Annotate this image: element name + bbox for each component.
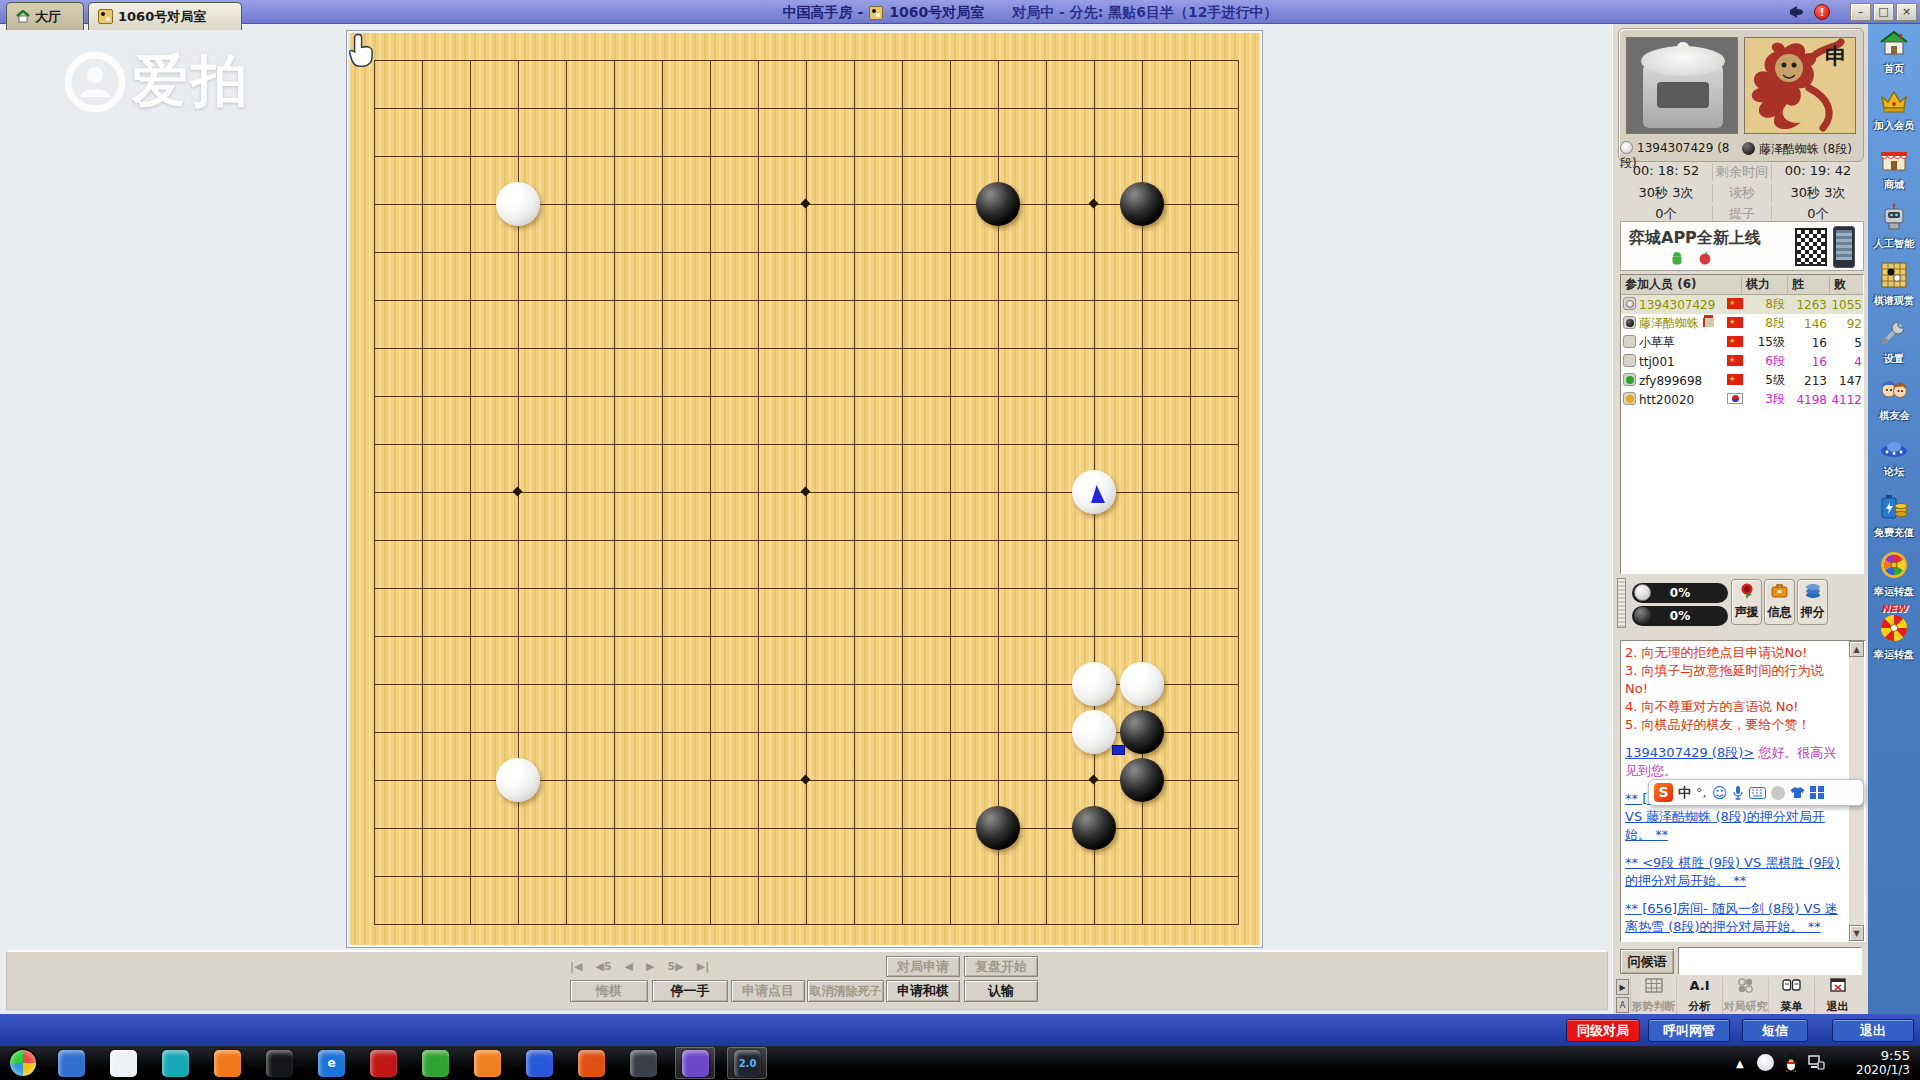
participant-rank: 5级	[1747, 372, 1785, 389]
black-stone-icon	[1634, 607, 1651, 624]
wheel-icon	[1880, 551, 1908, 583]
bottom-button-呼叫网管[interactable]: 呼叫网管	[1648, 1019, 1730, 1042]
white-support-bar: 0%	[1632, 583, 1728, 603]
skin-shirt-icon[interactable]	[1790, 786, 1805, 799]
taskbar-app-1[interactable]	[58, 1050, 85, 1077]
app-banner[interactable]: 弈城APP全新上线	[1620, 221, 1864, 271]
button-悔棋[interactable]: 悔棋	[570, 980, 648, 1002]
participant-losses: 1055	[1827, 298, 1865, 312]
board-icon	[98, 9, 113, 24]
rank-badge-icon	[1621, 335, 1639, 351]
sidebar-item-label: 人工智能	[1874, 237, 1914, 251]
watermark: 爱拍	[64, 44, 250, 120]
participant-rank: 6段	[1747, 353, 1785, 370]
wheel2-icon	[1880, 614, 1908, 646]
participant-losses: 92	[1827, 317, 1865, 331]
sidebar-strip: 首页加入会员商城人工智能棋谱观赏设置棋友会论坛免费充值幸运转盘NEW幸运转盘	[1868, 24, 1920, 1014]
tool-stones-button[interactable]: 对局研究	[1722, 977, 1768, 1015]
bottom-button-退出[interactable]: 退出	[1832, 1019, 1914, 1042]
case-icon	[1771, 583, 1788, 601]
sidebar-item-label: 幸运转盘	[1874, 647, 1914, 661]
taskbar-app-4[interactable]	[214, 1050, 241, 1077]
go-board[interactable]	[347, 31, 1262, 947]
home-icon	[1879, 30, 1909, 60]
last-move-marker	[1091, 485, 1105, 503]
support-button-rose[interactable]: 声援	[1731, 579, 1762, 625]
panel-collapse-icon[interactable]: ▶	[1616, 979, 1629, 995]
cursor-hand-icon	[349, 33, 375, 67]
stone-black-R4	[1120, 758, 1164, 802]
support-button-case[interactable]: 信息	[1764, 579, 1795, 625]
participant-list: 参加人员 (6) 棋力 胜 败 1394307429★8段12631055藤泽酷…	[1620, 274, 1864, 574]
stone-black-O3	[976, 806, 1020, 850]
robot-icon	[1881, 203, 1907, 235]
chat-text: 3. 向填子与故意拖延时间的行为说 No!	[1625, 663, 1824, 696]
clock-date: 2020/1/3	[1838, 1063, 1910, 1078]
sidebar-item-label: 免费充值	[1874, 526, 1914, 540]
sidebar-item-2[interactable]: 加入会员	[1868, 82, 1920, 140]
participants-title: 参加人员 (6)	[1621, 276, 1741, 293]
white-byoyomi: 30秒 3次	[1620, 184, 1712, 202]
sogou-logo-icon[interactable]: S	[1654, 783, 1673, 802]
sidebar-item-9[interactable]: 免费充值	[1868, 488, 1920, 546]
scroll-down-icon[interactable]: ▼	[1849, 925, 1864, 941]
button-复盘开始[interactable]: 复盘开始	[964, 956, 1038, 977]
panel-a-icon[interactable]: A	[1616, 997, 1629, 1013]
stone-white-Q10	[1072, 470, 1116, 514]
participant-rank: 15级	[1747, 334, 1785, 351]
white-player-avatar	[1626, 37, 1738, 134]
participant-row[interactable]: 藤泽酷蜘蛛 ★8段14692	[1621, 314, 1863, 333]
participant-wins: 213	[1785, 374, 1827, 388]
participant-rank: 3段	[1747, 391, 1785, 408]
coins-icon	[1805, 583, 1821, 602]
participant-row[interactable]: 1394307429★8段12631055	[1621, 295, 1863, 314]
sidebar-item-label: 设置	[1884, 352, 1904, 366]
qr-code	[1795, 228, 1827, 266]
alert-icon[interactable]: !	[1814, 4, 1830, 20]
banner-text: 弈城APP全新上线	[1629, 228, 1761, 249]
apple-icon	[1698, 251, 1712, 265]
white-stone-icon	[1634, 584, 1651, 601]
participant-wins: 1263	[1785, 298, 1827, 312]
nav-5-button[interactable]: 5▶	[668, 960, 684, 973]
chat-line: 4. 向不尊重对方的言语说 No!	[1625, 698, 1847, 716]
game-status: 对局中 - 分先: 黑贴6目半（12手进行中）	[1012, 4, 1277, 22]
ime-tool-icon[interactable]	[1771, 786, 1785, 800]
sidebar-item-label: 加入会员	[1874, 119, 1914, 133]
support-button-coins[interactable]: 押分	[1797, 579, 1828, 625]
microphone-icon[interactable]	[1732, 785, 1744, 800]
participant-wins: 146	[1785, 317, 1827, 331]
shop-icon	[1879, 146, 1909, 176]
chat-line: 2. 向无理的拒绝点目申请说No!	[1625, 644, 1847, 662]
nav--button[interactable]: ◀	[625, 960, 633, 973]
ime-menu-grid-icon[interactable]	[1810, 786, 1824, 800]
watermark-text: 爱拍	[132, 44, 250, 120]
taskbar-app-5[interactable]	[266, 1050, 293, 1077]
chat-text: 2. 向无理的拒绝点目申请说No!	[1625, 645, 1807, 660]
stone-black-R16	[1120, 182, 1164, 226]
bottom-button-同级对局[interactable]: 同级对局	[1566, 1019, 1640, 1042]
chat-line: 5. 向棋品好的棋友，要给个赞！	[1625, 716, 1847, 734]
participant-row[interactable]: htt200203段41984112	[1621, 390, 1863, 409]
recharge-icon	[1880, 494, 1908, 524]
taskbar-clock[interactable]: 9:55 2020/1/3	[1838, 1048, 1910, 1078]
rank-badge-icon	[1621, 297, 1639, 313]
clock-panel: 00: 18: 52 剩余时间 00: 19: 42 30秒 3次 读秒 30秒…	[1620, 163, 1864, 223]
black-time: 00: 19: 42	[1772, 163, 1864, 181]
wrench-icon	[1880, 320, 1908, 350]
sidebar-item-7[interactable]: 棋友会	[1868, 372, 1920, 430]
taskbar-app-13[interactable]	[682, 1050, 709, 1077]
participant-wins: 16	[1785, 336, 1827, 350]
chat-line: 1394307429 (8段)> 您好。很高兴见到您。	[1625, 744, 1847, 780]
sidebar-item-8[interactable]: 论坛	[1868, 430, 1920, 488]
button-停一手[interactable]: 停一手	[652, 980, 728, 1002]
white-support-pct: 0%	[1670, 586, 1690, 600]
avatar-character: 申	[1825, 42, 1847, 72]
maximize-button[interactable]: □	[1873, 3, 1894, 21]
rank-badge-icon	[1621, 392, 1639, 408]
stone-black-R5	[1120, 710, 1164, 754]
stone-white-D4	[496, 758, 540, 802]
button-取消清除死子[interactable]: 取消清除死子	[807, 980, 884, 1002]
scroll-up-icon[interactable]: ▲	[1849, 641, 1864, 657]
sidebar-item-label: 幸运转盘	[1874, 585, 1914, 599]
sidebar-item-1[interactable]: 首页	[1868, 24, 1920, 82]
participant-header: 参加人员 (6) 棋力 胜 败	[1621, 275, 1863, 295]
chat-line: 3. 向填子与故意拖延时间的行为说 No!	[1625, 662, 1847, 698]
chat-line: ** <9段 棋胜 (9段) VS 黑棋胜 (9段)的押分对局开始。 **	[1625, 854, 1847, 890]
sidebar-item-5[interactable]: 棋谱观赏	[1868, 256, 1920, 314]
black-byoyomi: 30秒 3次	[1772, 184, 1864, 202]
stone-white-D16	[496, 182, 540, 226]
participant-name: ttj001	[1639, 355, 1727, 369]
sidebar-item-label: 棋友会	[1879, 409, 1909, 423]
sidebar-item-4[interactable]: 人工智能	[1868, 198, 1920, 256]
byoyomi-label: 读秒	[1712, 184, 1772, 202]
bottom-button-短信[interactable]: 短信	[1742, 1019, 1808, 1042]
chat-line: ** [656]房间- 随风一剑 (8段) VS 迷离热雪 (8段)的押分对局开…	[1625, 900, 1847, 936]
white-time: 00: 18: 52	[1620, 163, 1712, 181]
network-icon[interactable]	[1808, 1055, 1825, 1074]
chat-input[interactable]	[1678, 947, 1862, 975]
black-support-pct: 0%	[1670, 609, 1690, 623]
chat-text: 5. 向棋品好的棋友，要给个赞！	[1625, 717, 1811, 732]
stone-black-O16	[976, 182, 1020, 226]
tool-grid-button[interactable]: 形势判断	[1630, 977, 1676, 1015]
ime-toolbar: S 中 °, ☺	[1648, 779, 1864, 806]
taskbar-app-8[interactable]	[422, 1050, 449, 1077]
participant-name: 藤泽酷蜘蛛	[1639, 315, 1727, 332]
ufo-icon	[1879, 439, 1909, 463]
nav--button[interactable]: |◀	[570, 960, 582, 973]
emoji-icon[interactable]: ☺	[1712, 784, 1728, 802]
goban-icon	[1881, 262, 1907, 292]
watermark-person-icon	[64, 51, 126, 113]
sidebar-item-3[interactable]: 商城	[1868, 140, 1920, 198]
country-flag-icon: ★	[1727, 336, 1747, 350]
room-owner-icon	[1703, 318, 1714, 327]
time-label: 剩余时间	[1712, 163, 1772, 181]
taskbar-app-9[interactable]	[474, 1050, 501, 1077]
sidebar-item-6[interactable]: 设置	[1868, 314, 1920, 372]
sidebar-item-11[interactable]: NEW幸运转盘	[1868, 604, 1920, 662]
home-icon	[16, 10, 30, 23]
rose-icon	[1739, 583, 1755, 602]
participant-losses: 4112	[1827, 393, 1865, 407]
room-name: 1060号对局室	[889, 4, 984, 22]
country-flag-icon: ★	[1727, 298, 1747, 312]
participant-wins: 16	[1785, 355, 1827, 369]
rank-badge-icon	[1621, 316, 1639, 332]
friends-icon	[1879, 379, 1909, 407]
chat-user-link[interactable]: 1394307429 (8段)>	[1625, 745, 1754, 760]
participant-wins: 4198	[1785, 393, 1827, 407]
black-support-bar: 0%	[1632, 606, 1728, 626]
col-losses: 败	[1829, 276, 1863, 293]
participant-name: 1394307429	[1639, 298, 1727, 312]
sidebar-item-label: 棋谱观赏	[1874, 294, 1914, 308]
participant-row[interactable]: zfy899698★5级213147	[1621, 371, 1863, 390]
clock-time: 9:55	[1838, 1048, 1910, 1063]
megaphone-icon[interactable]	[1788, 4, 1806, 20]
taskbar-app-7[interactable]	[370, 1050, 397, 1077]
button-申请和棋[interactable]: 申请和棋	[886, 980, 960, 1002]
stone-white-Q6	[1072, 662, 1116, 706]
mug-knob	[1677, 42, 1689, 52]
taskbar-app-3[interactable]	[162, 1050, 189, 1077]
taskbar-app-11[interactable]	[578, 1050, 605, 1077]
ime-indicator-badge	[1112, 745, 1125, 755]
taskbar-app-14[interactable]: 2.0	[734, 1050, 761, 1077]
black-stone-icon	[1742, 142, 1755, 155]
mug-label	[1657, 82, 1709, 108]
start-button[interactable]	[8, 1048, 38, 1078]
taskbar-app-12[interactable]	[630, 1050, 657, 1077]
participant-rank: 8段	[1747, 315, 1785, 332]
button-认输[interactable]: 认输	[964, 980, 1038, 1002]
qq-penguin-icon[interactable]	[1782, 1053, 1800, 1072]
sidebar-item-label: 论坛	[1884, 465, 1904, 479]
panel-splitter[interactable]	[1617, 578, 1626, 628]
window-title: 中国高手房 - 1060号对局室 对局中 - 分先: 黑贴6目半（12手进行中）	[480, 4, 1580, 22]
participant-row[interactable]: 小草草★15级165	[1621, 333, 1863, 352]
nav-5-button[interactable]: ◀5	[595, 960, 611, 973]
sidebar-item-10[interactable]: 幸运转盘	[1868, 546, 1920, 604]
stone-white-Q5	[1072, 710, 1116, 754]
country-flag-icon: ★	[1727, 317, 1747, 331]
close-button[interactable]: ×	[1896, 3, 1917, 21]
black-player-avatar: 申	[1744, 37, 1856, 134]
participant-losses: 147	[1827, 374, 1865, 388]
minimize-button[interactable]: –	[1850, 3, 1871, 21]
ai-icon: A.I	[1689, 978, 1709, 993]
rank-badge-icon	[1621, 354, 1639, 370]
taskbar-app-10[interactable]	[526, 1050, 553, 1077]
participant-row[interactable]: ttj001★6段164	[1621, 352, 1863, 371]
chat-text: ** [656]房间- 随风一剑 (8段) VS 迷离热雪 (8段)的押分对局开…	[1625, 901, 1838, 934]
participant-losses: 4	[1827, 355, 1865, 369]
chat-text: ** <9段 棋胜 (9段) VS 黑棋胜 (9段)的押分对局开始。 **	[1625, 855, 1840, 888]
tray-app-icon[interactable]	[1757, 1054, 1774, 1071]
col-wins: 胜	[1787, 276, 1829, 293]
exit-icon	[1830, 978, 1846, 995]
stones-icon	[1737, 978, 1754, 996]
grid-icon	[1645, 978, 1663, 996]
country-flag-icon: ★	[1727, 374, 1747, 388]
col-rank: 棋力	[1741, 276, 1787, 293]
keyboard-icon[interactable]	[1749, 787, 1766, 799]
button-申请点目[interactable]: 申请点目	[731, 980, 805, 1002]
tab-lobby[interactable]: 大厅	[6, 2, 84, 30]
participant-losses: 5	[1827, 336, 1865, 350]
tool-menu-button[interactable]: 菜单	[1768, 977, 1814, 1015]
sidebar-item-label: 商城	[1884, 178, 1904, 192]
room-title: 中国高手房 -	[783, 4, 864, 22]
participant-rank: 8段	[1747, 296, 1785, 313]
tool-ai-button[interactable]: A.I分析	[1676, 977, 1722, 1015]
participant-name: htt20020	[1639, 393, 1727, 407]
tool-exit-button[interactable]: 退出	[1814, 977, 1860, 1015]
room-icon	[869, 6, 883, 20]
tab-game-room[interactable]: 1060号对局室	[88, 2, 242, 30]
button-对局申请[interactable]: 对局申请	[886, 956, 960, 977]
crown-icon	[1879, 89, 1909, 117]
tray-expand-icon[interactable]: ▲	[1736, 1058, 1744, 1069]
participant-name: 小草草	[1639, 334, 1727, 351]
stone-black-Q3	[1072, 806, 1116, 850]
country-flag-icon: ★	[1727, 355, 1747, 369]
nav--button[interactable]: ▶	[646, 960, 654, 973]
ime-language-toggle[interactable]: 中	[1678, 784, 1691, 802]
white-stone-icon	[1620, 141, 1633, 154]
phone-graphic	[1833, 226, 1855, 268]
move-navigation: |◀◀5◀▶5▶▶|	[570, 960, 709, 973]
greeting-button[interactable]: 问候语	[1620, 949, 1674, 974]
stone-white-R6	[1120, 662, 1164, 706]
country-flag-icon	[1727, 393, 1747, 407]
android-icon	[1670, 251, 1684, 265]
chat-text: 4. 向不尊重对方的言语说 No!	[1625, 699, 1799, 714]
new-badge: NEW	[1881, 605, 1907, 613]
sidebar-item-label: 首页	[1884, 62, 1904, 76]
taskbar-app-6[interactable]: e	[318, 1050, 345, 1077]
menu-icon	[1782, 978, 1801, 995]
nav--button[interactable]: ▶|	[697, 960, 709, 973]
taskbar-app-2[interactable]	[110, 1050, 137, 1077]
participant-name: zfy899698	[1639, 374, 1727, 388]
ime-punctuation-toggle[interactable]: °,	[1696, 785, 1707, 800]
rank-badge-icon	[1621, 373, 1639, 389]
